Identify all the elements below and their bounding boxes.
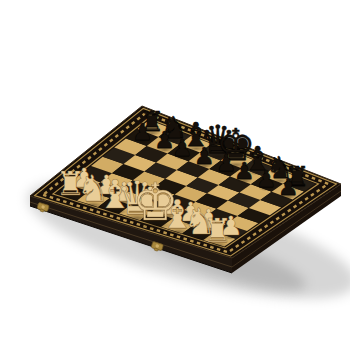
board-graphic — [0, 0, 350, 350]
chess-set-photo: ♜♞♟♝♟♛♟♚♟♝♟♞♟♜♟♟♟♟♜♟♞♟♝♟♛♟♚♟♝♟♞♜ — [0, 0, 350, 350]
